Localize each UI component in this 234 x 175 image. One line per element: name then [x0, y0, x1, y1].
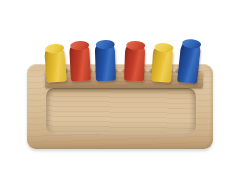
peg-yellow-1[interactable]	[44, 44, 67, 83]
peg-red-4[interactable]	[124, 42, 145, 82]
peg-yellow-5[interactable]	[151, 43, 174, 82]
peg-red-2[interactable]	[69, 42, 91, 82]
peg-board-photo	[0, 0, 234, 175]
peg-blue-3[interactable]	[95, 41, 116, 82]
tray-recess	[46, 88, 196, 134]
